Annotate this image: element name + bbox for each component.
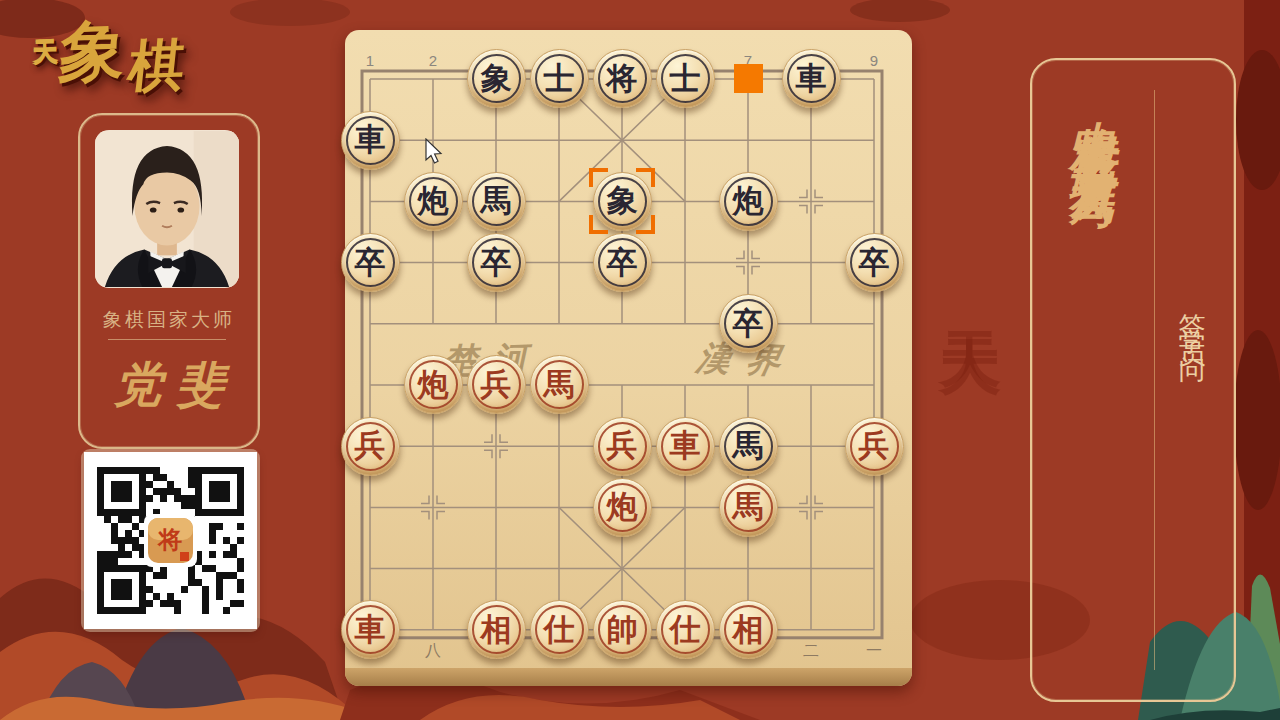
piece-red-cannon[interactable]: 炮 [404,355,463,414]
qr-code: 将 [84,452,257,629]
master-title: 象棋国家大师 [80,307,258,333]
logo-char-xiang: 象 [55,6,130,99]
piece-black-cannon[interactable]: 炮 [404,172,463,231]
piece-black-chariot[interactable]: 車 [782,49,841,108]
piece-red-chariot[interactable]: 車 [341,600,400,659]
piece-black-general[interactable]: 将 [593,49,652,108]
piece-black-soldier[interactable]: 卒 [845,233,904,292]
master-card: 象棋国家大师 党斐 [78,113,260,449]
piece-red-general[interactable]: 帥 [593,600,652,659]
piece-red-soldier[interactable]: 兵 [467,355,526,414]
master-name: 党斐 [80,353,258,417]
app-logo: 天天 象 棋 [14,0,228,117]
xiangqi-board[interactable]: 123456789九八七六五四三二一 楚河 漢界 象士将士車車炮馬象炮卒卒卒卒卒… [345,30,912,686]
divider [108,339,226,340]
divider [1154,90,1155,670]
piece-black-advisor[interactable]: 士 [530,49,589,108]
piece-black-soldier[interactable]: 卒 [467,233,526,292]
logo-char-qi: 棋 [124,28,188,106]
piece-red-elephant[interactable]: 相 [719,600,778,659]
piece-black-soldier[interactable]: 卒 [719,294,778,353]
piece-red-soldier[interactable]: 兵 [341,417,400,476]
piece-red-horse[interactable]: 馬 [719,478,778,537]
lesson-title-panel: 中炮横车七路马对屏风马 答学员问 [1030,58,1236,702]
piece-red-chariot[interactable]: 車 [656,417,715,476]
piece-black-chariot[interactable]: 車 [341,111,400,170]
app-root: { "app": {"logo_small": "天天", "logo_larg… [0,0,1280,720]
last-move-from-marker [734,64,763,93]
background-watermark-text: 天天 [928,282,1012,298]
piece-black-soldier[interactable]: 卒 [593,233,652,292]
piece-black-advisor[interactable]: 士 [656,49,715,108]
piece-black-soldier[interactable]: 卒 [341,233,400,292]
mouse-cursor [424,138,444,170]
piece-red-soldier[interactable]: 兵 [593,417,652,476]
master-portrait [95,130,239,288]
piece-black-elephant[interactable]: 象 [593,172,652,231]
piece-black-horse[interactable]: 馬 [467,172,526,231]
piece-red-horse[interactable]: 馬 [530,355,589,414]
piece-red-advisor[interactable]: 仕 [530,600,589,659]
piece-red-soldier[interactable]: 兵 [845,417,904,476]
piece-black-horse[interactable]: 馬 [719,417,778,476]
piece-black-elephant[interactable]: 象 [467,49,526,108]
lesson-title: 中炮横车七路马对屏风马 [1062,86,1121,674]
piece-red-cannon[interactable]: 炮 [593,478,652,537]
piece-red-advisor[interactable]: 仕 [656,600,715,659]
piece-red-elephant[interactable]: 相 [467,600,526,659]
svg-text:将: 将 [157,527,182,553]
lesson-subtitle: 答学员问 [1174,292,1210,348]
logo-small-text: 天天 [27,18,62,23]
piece-black-cannon[interactable]: 炮 [719,172,778,231]
